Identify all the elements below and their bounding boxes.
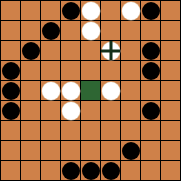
board-square[interactable] [101, 101, 120, 120]
board-square[interactable] [101, 41, 120, 60]
board-square[interactable] [161, 61, 180, 80]
board-square[interactable] [21, 41, 40, 60]
black-attacker-stone[interactable] [22, 42, 40, 60]
board-square[interactable] [81, 1, 100, 20]
board-square[interactable] [141, 41, 160, 60]
black-attacker-stone[interactable] [102, 162, 120, 180]
board-square[interactable] [101, 1, 120, 20]
board-square[interactable] [161, 21, 180, 40]
board-square[interactable] [61, 1, 80, 20]
black-attacker-stone[interactable] [62, 162, 80, 180]
white-defender-stone[interactable] [82, 2, 100, 20]
black-attacker-stone[interactable] [42, 22, 60, 40]
white-defender-stone[interactable] [122, 2, 140, 20]
board-square[interactable] [61, 41, 80, 60]
board-square[interactable] [81, 21, 100, 40]
white-defender-stone[interactable] [62, 82, 80, 100]
board-square[interactable] [21, 121, 40, 140]
board-square[interactable] [1, 161, 20, 180]
black-attacker-stone[interactable] [2, 82, 20, 100]
board-square[interactable] [81, 41, 100, 60]
tablut-board [0, 0, 181, 181]
board-square[interactable] [121, 141, 140, 160]
board-square[interactable] [81, 101, 100, 120]
board-square[interactable] [121, 1, 140, 20]
board-square[interactable] [101, 81, 120, 100]
board-square[interactable] [1, 61, 20, 80]
board-square[interactable] [21, 21, 40, 40]
board-square[interactable] [141, 1, 160, 20]
board-square[interactable] [121, 81, 140, 100]
board-square[interactable] [161, 81, 180, 100]
board-square[interactable] [61, 161, 80, 180]
board-square[interactable] [141, 141, 160, 160]
board-square[interactable] [141, 101, 160, 120]
board-square[interactable] [61, 101, 80, 120]
board-square[interactable] [41, 141, 60, 160]
board-square[interactable] [61, 141, 80, 160]
board-square[interactable] [101, 161, 120, 180]
white-defender-stone[interactable] [82, 22, 100, 40]
board-square[interactable] [1, 81, 20, 100]
black-attacker-stone[interactable] [82, 162, 100, 180]
white-defender-stone[interactable] [62, 102, 80, 120]
board-square[interactable] [101, 21, 120, 40]
board-square[interactable] [1, 121, 20, 140]
board-square[interactable] [161, 1, 180, 20]
board-square[interactable] [41, 161, 60, 180]
board-square[interactable] [141, 81, 160, 100]
board-square[interactable] [21, 61, 40, 80]
board-square[interactable] [21, 161, 40, 180]
black-attacker-stone[interactable] [2, 102, 20, 120]
board-square[interactable] [41, 61, 60, 80]
board-square[interactable] [161, 101, 180, 120]
board-square[interactable] [21, 101, 40, 120]
board-square[interactable] [61, 21, 80, 40]
board-square[interactable] [141, 21, 160, 40]
board-square[interactable] [141, 121, 160, 140]
board-square[interactable] [121, 41, 140, 60]
board-square[interactable] [1, 101, 20, 120]
board-square[interactable] [41, 1, 60, 20]
board-square[interactable] [61, 81, 80, 100]
board-square[interactable] [41, 81, 60, 100]
board-square[interactable] [141, 61, 160, 80]
board-square[interactable] [41, 21, 60, 40]
board-square[interactable] [1, 21, 20, 40]
board-square[interactable] [41, 41, 60, 60]
board-square[interactable] [121, 101, 140, 120]
black-attacker-stone[interactable] [142, 42, 160, 60]
board-square[interactable] [21, 141, 40, 160]
black-attacker-stone[interactable] [142, 102, 160, 120]
board-square[interactable] [61, 121, 80, 140]
black-attacker-stone[interactable] [62, 2, 80, 20]
board-square[interactable] [81, 141, 100, 160]
board-square[interactable] [121, 21, 140, 40]
board-square[interactable] [161, 121, 180, 140]
board-square[interactable] [161, 41, 180, 60]
board-square[interactable] [81, 161, 100, 180]
board-square[interactable] [101, 61, 120, 80]
black-attacker-stone[interactable] [142, 62, 160, 80]
throne-square[interactable] [81, 81, 100, 100]
board-square[interactable] [1, 1, 20, 20]
board-square[interactable] [101, 141, 120, 160]
board-square[interactable] [61, 61, 80, 80]
board-square[interactable] [81, 121, 100, 140]
board-square[interactable] [21, 1, 40, 20]
board-square[interactable] [141, 161, 160, 180]
board-square[interactable] [41, 101, 60, 120]
board-square[interactable] [121, 61, 140, 80]
board-square[interactable] [41, 121, 60, 140]
black-attacker-stone[interactable] [122, 142, 140, 160]
board-square[interactable] [1, 41, 20, 60]
board-square[interactable] [161, 141, 180, 160]
board-square[interactable] [81, 61, 100, 80]
king-cross-mark [109, 41, 112, 60]
board-square[interactable] [121, 121, 140, 140]
black-attacker-stone[interactable] [142, 2, 160, 20]
board-square[interactable] [21, 81, 40, 100]
black-attacker-stone[interactable] [2, 62, 20, 80]
board-square[interactable] [101, 121, 120, 140]
white-defender-stone[interactable] [42, 82, 60, 100]
board-square[interactable] [121, 161, 140, 180]
white-defender-stone[interactable] [102, 82, 120, 100]
board-square[interactable] [1, 141, 20, 160]
board-square[interactable] [161, 161, 180, 180]
